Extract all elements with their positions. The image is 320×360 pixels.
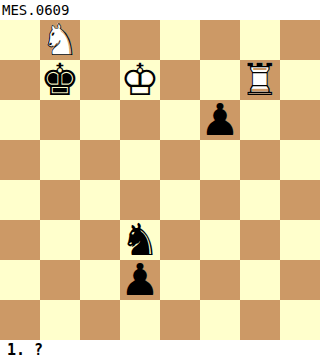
square-c6[interactable]	[80, 100, 120, 140]
square-h7[interactable]	[280, 60, 320, 100]
square-e6[interactable]	[160, 100, 200, 140]
square-f8[interactable]	[200, 20, 240, 60]
square-c2[interactable]	[80, 260, 120, 300]
square-a7[interactable]	[0, 60, 40, 100]
square-f2[interactable]	[200, 260, 240, 300]
square-e1[interactable]	[160, 300, 200, 340]
square-e7[interactable]	[160, 60, 200, 100]
square-g2[interactable]	[240, 260, 280, 300]
square-b3[interactable]	[40, 220, 80, 260]
square-c1[interactable]	[80, 300, 120, 340]
square-d7[interactable]: ♚♔	[120, 60, 160, 100]
chessboard: ♞♘♚♚♔♜♖♟♞♟	[0, 20, 320, 340]
square-a1[interactable]	[0, 300, 40, 340]
white-king-outline: ♔	[120, 54, 159, 105]
footer: 1. ?	[0, 340, 320, 360]
move-prompt: 1. ?	[0, 340, 43, 360]
black-king[interactable]: ♚	[40, 58, 79, 102]
square-b1[interactable]	[40, 300, 80, 340]
square-h2[interactable]	[280, 260, 320, 300]
square-g1[interactable]	[240, 300, 280, 340]
square-h4[interactable]	[280, 180, 320, 220]
square-e5[interactable]	[160, 140, 200, 180]
square-a3[interactable]	[0, 220, 40, 260]
square-h5[interactable]	[280, 140, 320, 180]
square-e3[interactable]	[160, 220, 200, 260]
square-e8[interactable]	[160, 20, 200, 60]
square-a4[interactable]	[0, 180, 40, 220]
square-f5[interactable]	[200, 140, 240, 180]
square-d1[interactable]	[120, 300, 160, 340]
square-c3[interactable]	[80, 220, 120, 260]
white-rook-outline: ♖	[240, 54, 279, 105]
square-c7[interactable]	[80, 60, 120, 100]
square-d2[interactable]: ♟	[120, 260, 160, 300]
black-pawn[interactable]: ♟	[120, 258, 159, 302]
square-b2[interactable]	[40, 260, 80, 300]
square-d6[interactable]	[120, 100, 160, 140]
square-b5[interactable]	[40, 140, 80, 180]
chess-puzzle-page: MES.0609 ♞♘♚♚♔♜♖♟♞♟ 1. ?	[0, 0, 320, 360]
black-pawn[interactable]: ♟	[200, 98, 239, 142]
square-d5[interactable]	[120, 140, 160, 180]
square-g7[interactable]: ♜♖	[240, 60, 280, 100]
square-a6[interactable]	[0, 100, 40, 140]
square-g5[interactable]	[240, 140, 280, 180]
square-b6[interactable]	[40, 100, 80, 140]
square-c5[interactable]	[80, 140, 120, 180]
square-f3[interactable]	[200, 220, 240, 260]
square-g3[interactable]	[240, 220, 280, 260]
square-f1[interactable]	[200, 300, 240, 340]
square-e2[interactable]	[160, 260, 200, 300]
square-f4[interactable]	[200, 180, 240, 220]
square-a8[interactable]	[0, 20, 40, 60]
square-f6[interactable]: ♟	[200, 100, 240, 140]
white-rook[interactable]: ♜♖	[240, 58, 279, 102]
square-h1[interactable]	[280, 300, 320, 340]
square-h8[interactable]	[280, 20, 320, 60]
square-g4[interactable]	[240, 180, 280, 220]
square-b7[interactable]: ♚	[40, 60, 80, 100]
square-g6[interactable]	[240, 100, 280, 140]
square-b4[interactable]	[40, 180, 80, 220]
square-e4[interactable]	[160, 180, 200, 220]
square-h3[interactable]	[280, 220, 320, 260]
white-king[interactable]: ♚♔	[120, 58, 159, 102]
square-a2[interactable]	[0, 260, 40, 300]
square-c4[interactable]	[80, 180, 120, 220]
square-h6[interactable]	[280, 100, 320, 140]
square-c8[interactable]	[80, 20, 120, 60]
square-a5[interactable]	[0, 140, 40, 180]
